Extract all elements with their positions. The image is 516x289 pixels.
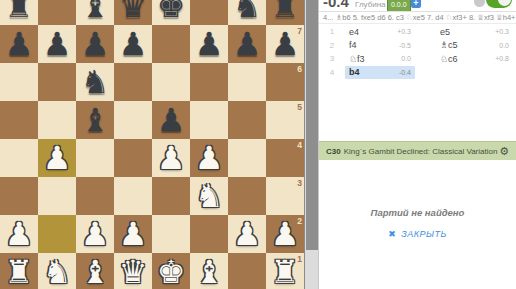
- black-king-e8[interactable]: ♚: [152, 0, 190, 25]
- square-f7[interactable]: ♟: [190, 25, 228, 63]
- move-eval: -0.5: [399, 42, 411, 49]
- square-f2[interactable]: [190, 215, 228, 253]
- white-pawn-e4[interactable]: ♟: [152, 139, 190, 177]
- chess-analysis-screen: ♜♝♛♚♞8♜♟♟♟♟♟♟7♟♞6♝♟5♟♟♟4♞3♟♟♟♟2♟♜♞♝♛♚♝1♜…: [0, 0, 516, 289]
- square-f1[interactable]: ♝: [190, 253, 228, 289]
- rank-label-4: 4: [297, 140, 302, 150]
- opening-name: King`s Gambit Declined: Classical Variat…: [344, 147, 498, 156]
- black-bishop-c8[interactable]: ♝: [76, 0, 114, 25]
- square-h2[interactable]: 2♟: [266, 215, 304, 253]
- square-h1[interactable]: 1♜: [266, 253, 304, 289]
- move-number: 3: [319, 54, 345, 63]
- square-d6[interactable]: [114, 63, 152, 101]
- square-g1[interactable]: [228, 253, 266, 289]
- square-b7[interactable]: ♟: [38, 25, 76, 63]
- white-rook-a1[interactable]: ♜: [0, 253, 38, 289]
- black-pawn-g7[interactable]: ♟: [228, 25, 266, 63]
- white-move-cell[interactable]: ♘f30.0: [345, 52, 415, 65]
- black-pawn-d7[interactable]: ♟: [114, 25, 152, 63]
- square-d2[interactable]: ♟: [114, 215, 152, 253]
- square-a5[interactable]: [0, 101, 38, 139]
- white-king-e1[interactable]: ♚: [152, 253, 190, 289]
- square-a7[interactable]: ♟: [0, 25, 38, 63]
- square-f3[interactable]: ♞: [190, 177, 228, 215]
- white-queen-d1[interactable]: ♛: [114, 253, 152, 289]
- square-h6[interactable]: 6: [266, 63, 304, 101]
- square-d4[interactable]: [114, 139, 152, 177]
- square-e5[interactable]: ♟: [152, 101, 190, 139]
- white-pawn-g2[interactable]: ♟: [228, 215, 266, 253]
- square-a8[interactable]: ♜: [0, 0, 38, 25]
- close-button[interactable]: ✖ЗАКРЫТЬ: [319, 229, 516, 239]
- black-rook-h8[interactable]: ♜: [266, 0, 304, 25]
- square-g6[interactable]: [228, 63, 266, 101]
- black-bishop-c5[interactable]: ♝: [76, 101, 114, 139]
- chess-board[interactable]: ♜♝♛♚♞8♜♟♟♟♟♟♟7♟♞6♝♟5♟♟♟4♞3♟♟♟♟2♟♜♞♝♛♚♝1♜: [0, 0, 304, 289]
- no-games-message: Партий не найдено: [319, 207, 516, 218]
- square-c6[interactable]: ♞: [76, 63, 114, 101]
- white-pawn-a2[interactable]: ♟: [0, 215, 38, 253]
- black-knight-g8[interactable]: ♞: [228, 0, 266, 25]
- square-h8[interactable]: 8♜: [266, 0, 304, 25]
- square-c2[interactable]: ♟: [76, 215, 114, 253]
- move-number: 2: [319, 41, 345, 50]
- square-e3[interactable]: [152, 177, 190, 215]
- rank-label-6: 6: [297, 64, 302, 74]
- white-rook-h1[interactable]: ♜: [266, 253, 304, 289]
- move-san: ♘f3: [349, 54, 365, 64]
- toggle-knob: [498, 0, 511, 6]
- opening-bar: C30 King`s Gambit Declined: Classical Va…: [319, 141, 516, 160]
- square-e6[interactable]: [152, 63, 190, 101]
- square-a2[interactable]: ♟: [0, 215, 38, 253]
- black-pawn-b7[interactable]: ♟: [38, 25, 76, 63]
- black-move-cell[interactable]: [436, 66, 513, 79]
- engine-toggle[interactable]: [486, 0, 512, 8]
- square-d3[interactable]: [114, 177, 152, 215]
- move-row-2: 2f4-0.5♗c50.0: [319, 39, 516, 53]
- square-g7[interactable]: ♟: [228, 25, 266, 63]
- white-knight-b1[interactable]: ♞: [38, 253, 76, 289]
- square-b6[interactable]: [38, 63, 76, 101]
- engine-pv-line[interactable]: 4... ♗b6 5. fxe5 d6 6. c3 ♘xe5 7. d4 ♘xf…: [319, 12, 516, 24]
- white-move-cell[interactable]: b4-0.4: [345, 66, 415, 79]
- square-a3[interactable]: [0, 177, 38, 215]
- square-e8[interactable]: ♚: [152, 0, 190, 25]
- move-eval: 0.0: [401, 55, 411, 62]
- analysis-panel: -0.4 Глубина 23 0.0.0 + 4... ♗b6 5. fxe5…: [318, 0, 516, 289]
- square-b3[interactable]: [38, 177, 76, 215]
- square-d5[interactable]: [114, 101, 152, 139]
- square-c3[interactable]: [76, 177, 114, 215]
- gear-icon[interactable]: ⚙: [499, 146, 509, 157]
- square-f8[interactable]: [190, 0, 228, 25]
- scrollbar-thumb[interactable]: [306, 0, 318, 250]
- square-c4[interactable]: [76, 139, 114, 177]
- move-san: ♗c5: [440, 40, 458, 50]
- square-e7[interactable]: [152, 25, 190, 63]
- black-move-cell[interactable]: e5+0.3: [436, 25, 513, 38]
- white-pawn-b4[interactable]: ♟: [38, 139, 76, 177]
- square-d1[interactable]: ♛: [114, 253, 152, 289]
- square-g3[interactable]: [228, 177, 266, 215]
- square-h4[interactable]: 4: [266, 139, 304, 177]
- rank-label-3: 3: [297, 178, 302, 188]
- move-eval: +0.8: [495, 55, 509, 62]
- engine-badge: 0.0.0: [387, 0, 411, 12]
- square-e1[interactable]: ♚: [152, 253, 190, 289]
- square-f6[interactable]: [190, 63, 228, 101]
- square-f5[interactable]: [190, 101, 228, 139]
- move-eval: +0.3: [397, 28, 411, 35]
- white-bishop-f1[interactable]: ♝: [190, 253, 228, 289]
- square-h5[interactable]: 5: [266, 101, 304, 139]
- black-pawn-e5[interactable]: ♟: [152, 101, 190, 139]
- white-pawn-f4[interactable]: ♟: [190, 139, 228, 177]
- scrollbar[interactable]: [304, 0, 318, 289]
- engine-eval: -0.4: [323, 0, 349, 10]
- square-h3[interactable]: 3: [266, 177, 304, 215]
- close-icon: ✖: [388, 229, 396, 239]
- square-c5[interactable]: ♝: [76, 101, 114, 139]
- square-b2[interactable]: [38, 215, 76, 253]
- move-san: e4: [349, 27, 359, 37]
- square-a4[interactable]: [0, 139, 38, 177]
- square-d7[interactable]: ♟: [114, 25, 152, 63]
- move-san: ♘c6: [440, 54, 458, 64]
- move-number: 4: [319, 68, 345, 77]
- white-pawn-h2[interactable]: ♟: [266, 215, 304, 253]
- black-pawn-f7[interactable]: ♟: [190, 25, 228, 63]
- add-line-button[interactable]: +: [411, 0, 421, 8]
- black-knight-c6[interactable]: ♞: [76, 63, 114, 101]
- square-a6[interactable]: [0, 63, 38, 101]
- white-knight-f3[interactable]: ♞: [190, 177, 228, 215]
- white-move-cell[interactable]: f4-0.5: [345, 39, 415, 52]
- square-c1[interactable]: ♝: [76, 253, 114, 289]
- square-g5[interactable]: [228, 101, 266, 139]
- white-pawn-d2[interactable]: ♟: [114, 215, 152, 253]
- square-e4[interactable]: ♟: [152, 139, 190, 177]
- move-row-3: 3♘f30.0♘c6+0.8: [319, 52, 516, 66]
- close-label: ЗАКРЫТЬ: [401, 229, 447, 239]
- move-eval: 0.0: [499, 42, 509, 49]
- opening-eco: C30: [326, 147, 341, 156]
- square-g8[interactable]: ♞: [228, 0, 266, 25]
- square-f4[interactable]: ♟: [190, 139, 228, 177]
- square-a1[interactable]: ♜: [0, 253, 38, 289]
- engine-settings-icon[interactable]: [474, 0, 485, 7]
- square-b5[interactable]: [38, 101, 76, 139]
- move-san: f4: [349, 40, 357, 50]
- black-pawn-c7[interactable]: ♟: [76, 25, 114, 63]
- square-b8[interactable]: [38, 0, 76, 25]
- white-bishop-c1[interactable]: ♝: [76, 253, 114, 289]
- black-move-cell[interactable]: ♗c50.0: [436, 39, 513, 52]
- square-e2[interactable]: [152, 215, 190, 253]
- black-rook-a8[interactable]: ♜: [0, 0, 38, 25]
- square-c8[interactable]: ♝: [76, 0, 114, 25]
- black-pawn-a7[interactable]: ♟: [0, 25, 38, 63]
- black-queen-d8[interactable]: ♛: [114, 0, 152, 25]
- square-h7[interactable]: 7♟: [266, 25, 304, 63]
- square-d8[interactable]: ♛: [114, 0, 152, 25]
- black-pawn-h7[interactable]: ♟: [266, 25, 304, 63]
- move-number: 1: [319, 27, 345, 36]
- move-row-1: 1e4+0.3e5+0.3: [319, 25, 516, 39]
- square-b4[interactable]: ♟: [38, 139, 76, 177]
- white-move-cell[interactable]: e4+0.3: [345, 25, 415, 38]
- move-san: e5: [440, 27, 450, 37]
- white-pawn-c2[interactable]: ♟: [76, 215, 114, 253]
- rank-label-5: 5: [297, 102, 302, 112]
- square-c7[interactable]: ♟: [76, 25, 114, 63]
- move-san: b4: [349, 67, 360, 77]
- move-row-4: 4b4-0.4: [319, 66, 516, 80]
- move-list: 1e4+0.3e5+0.32f4-0.5♗c50.03♘f30.0♘c6+0.8…: [319, 25, 516, 79]
- move-eval: -0.4: [399, 69, 411, 76]
- move-eval: +0.3: [495, 28, 509, 35]
- square-g2[interactable]: ♟: [228, 215, 266, 253]
- engine-bar: -0.4 Глубина 23 0.0.0 +: [319, 0, 516, 12]
- square-g4[interactable]: [228, 139, 266, 177]
- black-move-cell[interactable]: ♘c6+0.8: [436, 52, 513, 65]
- square-b1[interactable]: ♞: [38, 253, 76, 289]
